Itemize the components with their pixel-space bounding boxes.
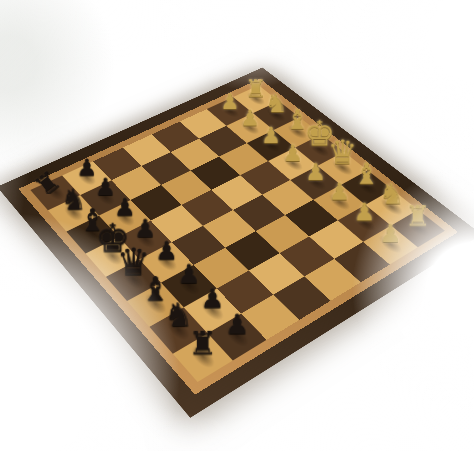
piece-black-pawn[interactable]: ♟ <box>95 175 116 199</box>
photo-stage: Roman figurine chess set on walnut and m… <box>0 0 474 451</box>
square-e4[interactable] <box>211 175 262 210</box>
piece-white-pawn[interactable]: ♟ <box>261 124 281 146</box>
piece-white-bishop[interactable]: ♝ <box>353 159 379 188</box>
piece-black-rook[interactable]: ♜ <box>30 166 65 201</box>
piece-white-knight[interactable]: ♞ <box>379 180 405 209</box>
board-grid: ♜♞♝♛♚♝♞♜♟♟♟♟♟♟♟♟♟♟♟♟♟♟♟♟♜♞♝♛♚♝♞♜ <box>30 85 445 382</box>
piece-black-pawn[interactable]: ♟ <box>134 216 156 241</box>
piece-white-pawn[interactable]: ♟ <box>329 180 350 204</box>
piece-black-rook[interactable]: ♜ <box>189 327 217 358</box>
piece-white-pawn[interactable]: ♟ <box>240 107 260 129</box>
piece-black-pawn[interactable]: ♟ <box>225 311 250 338</box>
square-a5[interactable] <box>273 276 330 319</box>
piece-white-pawn[interactable]: ♟ <box>220 91 239 112</box>
piece-black-pawn[interactable]: ♟ <box>177 261 200 287</box>
piece-white-pawn[interactable]: ♟ <box>379 221 401 246</box>
piece-white-rook[interactable]: ♜ <box>406 202 431 230</box>
board-frame: ♜♞♝♛♚♝♞♜♟♟♟♟♟♟♟♟♟♟♟♟♟♟♟♟♜♞♝♛♚♝♞♜ <box>18 78 458 394</box>
piece-white-pawn[interactable]: ♟ <box>353 200 375 224</box>
piece-white-pawn[interactable]: ♟ <box>283 142 303 165</box>
piece-white-pawn[interactable]: ♟ <box>305 161 326 184</box>
piece-black-pawn[interactable]: ♟ <box>200 285 224 312</box>
piece-white-rook[interactable]: ♜ <box>245 77 266 101</box>
piece-black-pawn[interactable]: ♟ <box>155 238 178 263</box>
chess-board: ♜♞♝♛♚♝♞♜♟♟♟♟♟♟♟♟♟♟♟♟♟♟♟♟♜♞♝♛♚♝♞♜ <box>0 67 474 417</box>
scene: ♜♞♝♛♚♝♞♜♟♟♟♟♟♟♟♟♟♟♟♟♟♟♟♟♜♞♝♛♚♝♞♜ <box>0 0 474 451</box>
